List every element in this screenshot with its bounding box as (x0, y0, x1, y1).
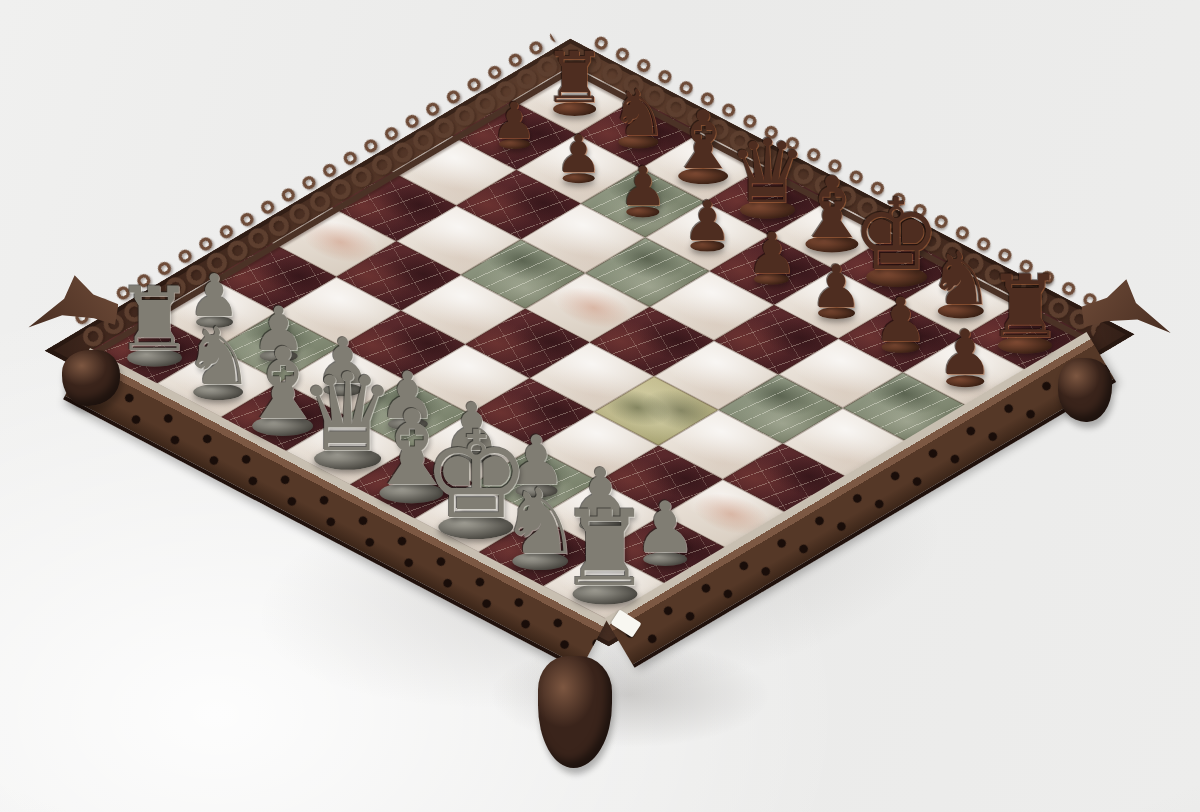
piece-black-pawn-b7[interactable]: ♟ (555, 128, 602, 180)
pawn-glyph: ♟ (746, 225, 797, 282)
rook-glyph: ♜ (558, 497, 652, 602)
piece-white-rook-h1[interactable]: ♜ (558, 497, 652, 602)
pawn-glyph: ♟ (873, 289, 928, 350)
piece-black-pawn-e7[interactable]: ♟ (746, 225, 797, 282)
knight-glyph: ♞ (610, 82, 667, 146)
photo-scene: ♜♞♝♛♝♚♞♜♟♟♟♟♟♟♟♟♟♟♟♟♟♟♟♟♜♞♝♛♝♚♞♜ (0, 0, 1200, 812)
piece-black-pawn-c7[interactable]: ♟ (619, 160, 667, 214)
piece-black-pawn-f7[interactable]: ♟ (810, 257, 863, 316)
piece-black-knight-b8[interactable]: ♞ (610, 82, 667, 146)
piece-black-rook-a8[interactable]: ♜ (543, 43, 606, 113)
piece-black-rook-h8[interactable]: ♜ (986, 264, 1064, 351)
pawn-glyph: ♟ (683, 193, 732, 248)
claw-foot-right (1058, 358, 1112, 422)
pawn-glyph: ♟ (555, 128, 602, 180)
rook-glyph: ♜ (986, 264, 1064, 351)
piece-black-pawn-d7[interactable]: ♟ (683, 193, 732, 248)
pawn-glyph: ♟ (937, 322, 993, 384)
piece-black-pawn-g7[interactable]: ♟ (873, 289, 928, 350)
rook-glyph: ♜ (543, 43, 606, 113)
piece-black-pawn-h7[interactable]: ♟ (937, 322, 993, 384)
pawn-glyph: ♟ (619, 160, 667, 214)
knight-glyph: ♞ (927, 242, 993, 316)
piece-black-pawn-a7[interactable]: ♟ (492, 96, 537, 146)
piece-black-knight-g8[interactable]: ♞ (927, 242, 993, 316)
pawn-glyph: ♟ (810, 257, 863, 316)
pawn-glyph: ♟ (492, 96, 537, 146)
